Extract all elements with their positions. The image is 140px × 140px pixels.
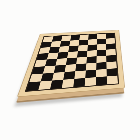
chessboard (17, 30, 125, 97)
product-photo-scene (0, 0, 140, 140)
page-background: { "game": "chess", "scene_description": … (0, 0, 140, 140)
board-boundary-line (25, 33, 119, 92)
board-frame (17, 30, 125, 97)
square-g1[interactable] (96, 76, 107, 85)
square-h1[interactable] (107, 76, 118, 85)
board-grid (26, 33, 117, 91)
square-f1[interactable] (85, 77, 96, 86)
square-e1[interactable] (73, 78, 85, 87)
